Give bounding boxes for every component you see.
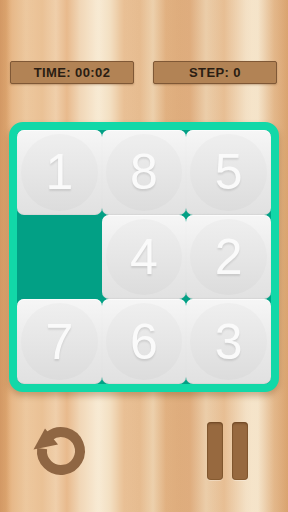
pause-button[interactable] [207, 422, 248, 480]
tile-2[interactable]: 2 [186, 215, 271, 300]
time-display: TIME: 00:02 [10, 61, 134, 84]
tile-number: 1 [45, 147, 73, 197]
tile-number: 6 [130, 317, 158, 367]
tile-7[interactable]: 7 [17, 299, 102, 384]
tile-number: 5 [215, 147, 243, 197]
tile-6[interactable]: 6 [102, 299, 187, 384]
tile-number: 4 [130, 232, 158, 282]
tile-number: 3 [215, 317, 243, 367]
tile-number: 2 [215, 232, 243, 282]
tile-3[interactable]: 3 [186, 299, 271, 384]
tile-8[interactable]: 8 [102, 130, 187, 215]
tile-4[interactable]: 4 [102, 215, 187, 300]
tile-number: 8 [130, 147, 158, 197]
app-background: TIME: 00:02 STEP: 0 1 8 5 4 [0, 0, 288, 512]
pause-icon [207, 422, 248, 480]
step-display: STEP: 0 [153, 61, 277, 84]
empty-cell [17, 215, 102, 300]
restart-icon [30, 423, 90, 477]
time-label: TIME: 00:02 [34, 65, 111, 80]
puzzle-grid: 1 8 5 4 2 7 [17, 130, 271, 384]
tile-1[interactable]: 1 [17, 130, 102, 215]
tile-5[interactable]: 5 [186, 130, 271, 215]
puzzle-board: 1 8 5 4 2 7 [9, 122, 279, 392]
tile-number: 7 [45, 317, 73, 367]
restart-button[interactable] [30, 423, 90, 477]
pause-bar-right [232, 422, 248, 480]
step-label: STEP: 0 [189, 65, 241, 80]
pause-bar-left [207, 422, 223, 480]
